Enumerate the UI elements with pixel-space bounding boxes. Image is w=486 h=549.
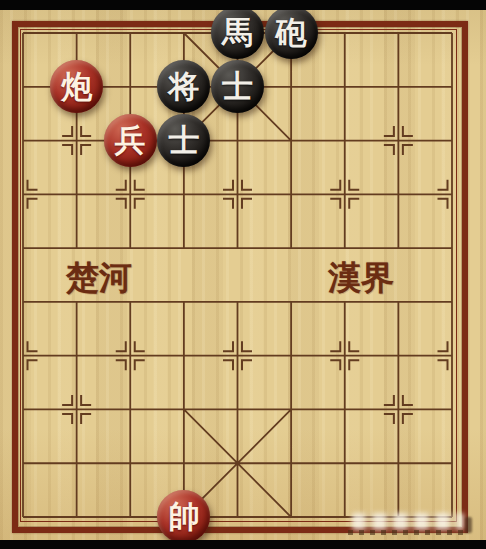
piece-black-horse[interactable]: 馬 bbox=[211, 6, 264, 59]
piece-black-advisor[interactable]: 士 bbox=[211, 60, 264, 113]
piece-black-general[interactable]: 将 bbox=[157, 60, 210, 113]
blurred-watermark-text bbox=[348, 530, 466, 535]
blurred-watermark-mark bbox=[465, 517, 472, 533]
piece-red-soldier[interactable]: 兵 bbox=[104, 114, 157, 167]
piece-black-cannon[interactable]: 砲 bbox=[265, 6, 318, 59]
piece-black-advisor[interactable]: 士 bbox=[157, 114, 210, 167]
piece-red-general[interactable]: 帥 bbox=[157, 490, 210, 543]
xiangqi-board[interactable]: 馬砲炮将士兵士帥 bbox=[0, 6, 479, 544]
letterbox-bar-top bbox=[0, 0, 486, 10]
blurred-watermark bbox=[352, 513, 464, 530]
piece-red-cannon[interactable]: 炮 bbox=[50, 60, 103, 113]
xiangqi-game-screen: 楚河 漢界 馬砲炮将士兵士帥 bbox=[0, 0, 486, 549]
letterbox-bar-bottom bbox=[0, 540, 486, 549]
